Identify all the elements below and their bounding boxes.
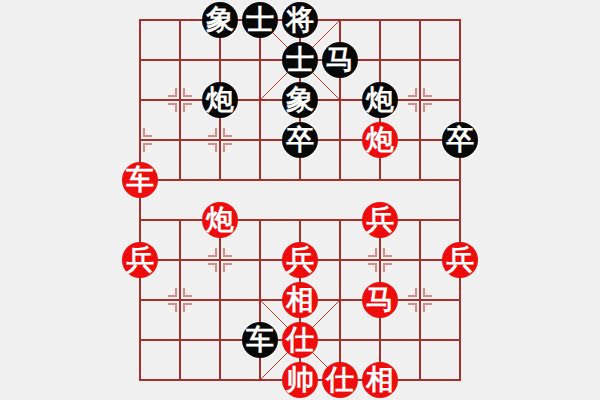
- piece-black-cannon[interactable]: 炮: [362, 82, 398, 118]
- piece-black-advisor[interactable]: 士: [282, 42, 318, 78]
- piece-black-elephant[interactable]: 象: [282, 82, 318, 118]
- xiangqi-screen: 象士将士马炮象炮卒炮卒车炮兵兵兵兵相马车仕帅仕相: [0, 0, 600, 400]
- xiangqi-board[interactable]: 象士将士马炮象炮卒炮卒车炮兵兵兵兵相马车仕帅仕相: [120, 0, 480, 400]
- piece-red-soldier[interactable]: 兵: [282, 242, 318, 278]
- piece-red-horse[interactable]: 马: [362, 282, 398, 318]
- piece-red-soldier[interactable]: 兵: [122, 242, 158, 278]
- piece-red-general[interactable]: 帅: [282, 362, 318, 398]
- piece-black-general[interactable]: 将: [282, 2, 318, 38]
- piece-red-soldier[interactable]: 兵: [362, 202, 398, 238]
- piece-black-soldier[interactable]: 卒: [282, 122, 318, 158]
- piece-red-advisor[interactable]: 仕: [282, 322, 318, 358]
- piece-red-elephant[interactable]: 相: [362, 362, 398, 398]
- piece-black-horse[interactable]: 马: [322, 42, 358, 78]
- piece-black-advisor[interactable]: 士: [242, 2, 278, 38]
- piece-black-cannon[interactable]: 炮: [202, 82, 238, 118]
- piece-black-soldier[interactable]: 卒: [442, 122, 478, 158]
- piece-red-elephant[interactable]: 相: [282, 282, 318, 318]
- piece-black-elephant[interactable]: 象: [202, 2, 238, 38]
- piece-red-cannon[interactable]: 炮: [362, 122, 398, 158]
- piece-red-advisor[interactable]: 仕: [322, 362, 358, 398]
- piece-red-cannon[interactable]: 炮: [202, 202, 238, 238]
- piece-red-soldier[interactable]: 兵: [442, 242, 478, 278]
- piece-black-chariot[interactable]: 车: [242, 322, 278, 358]
- piece-red-chariot[interactable]: 车: [122, 162, 158, 198]
